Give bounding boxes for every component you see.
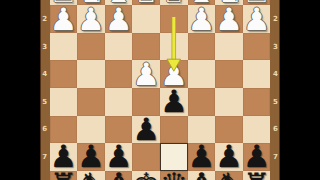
square-c4[interactable]: [188, 60, 216, 88]
square-f3[interactable]: [105, 33, 133, 61]
video-frame: ♜♞♝♚♛♝♞♜♟♟♟♟♟♟♟♟♟♟♟♟♟♟♟♟♜♞♝♚♛♝♞♜ 2233445…: [0, 0, 320, 180]
square-g8[interactable]: ♞: [77, 171, 105, 180]
rank-label-left-4: 4: [40, 70, 50, 78]
square-a2[interactable]: ♟: [243, 5, 271, 33]
square-c8[interactable]: ♝: [188, 171, 216, 180]
square-e4[interactable]: ♟: [132, 60, 160, 88]
square-f8[interactable]: ♝: [105, 171, 133, 180]
square-c3[interactable]: [188, 33, 216, 61]
square-g5[interactable]: [77, 88, 105, 116]
square-e8[interactable]: ♚: [132, 171, 160, 180]
square-g3[interactable]: [77, 33, 105, 61]
piece-bB-c8[interactable]: ♝: [187, 169, 215, 180]
square-h3[interactable]: [50, 33, 78, 61]
rank-label-left-6: 6: [40, 125, 50, 133]
piece-bB-f8[interactable]: ♝: [105, 169, 133, 180]
square-a3[interactable]: [243, 33, 271, 61]
square-f5[interactable]: [105, 88, 133, 116]
piece-wP-g2[interactable]: ♟: [77, 4, 105, 35]
piece-bP-d5[interactable]: ♟: [160, 86, 188, 117]
rank-label-left-2: 2: [40, 15, 50, 23]
square-f2[interactable]: ♟: [105, 5, 133, 33]
square-h4[interactable]: [50, 60, 78, 88]
piece-bK-e8[interactable]: ♚: [132, 169, 160, 180]
piece-bR-a8[interactable]: ♜: [243, 169, 271, 180]
rank-label-left-7: 7: [40, 153, 50, 161]
piece-bR-h8[interactable]: ♜: [50, 169, 78, 180]
piece-wP-c2[interactable]: ♟: [187, 4, 215, 35]
square-b4[interactable]: [215, 60, 243, 88]
square-h8[interactable]: ♜: [50, 171, 78, 180]
rank-label-right-7: 7: [270, 153, 280, 161]
rank-label-right-2: 2: [270, 15, 280, 23]
square-b5[interactable]: [215, 88, 243, 116]
square-b2[interactable]: ♟: [215, 5, 243, 33]
rank-label-right-4: 4: [270, 70, 280, 78]
piece-wP-f2[interactable]: ♟: [105, 4, 133, 35]
square-f4[interactable]: [105, 60, 133, 88]
square-d8[interactable]: ♛: [160, 171, 188, 180]
rank-label-right-5: 5: [270, 98, 280, 106]
square-b3[interactable]: [215, 33, 243, 61]
square-c5[interactable]: [188, 88, 216, 116]
piece-wP-e4[interactable]: ♟: [132, 59, 160, 90]
square-a8[interactable]: ♜: [243, 171, 271, 180]
rank-label-left-3: 3: [40, 43, 50, 51]
square-a5[interactable]: [243, 88, 271, 116]
square-g4[interactable]: [77, 60, 105, 88]
square-a4[interactable]: [243, 60, 271, 88]
square-h2[interactable]: ♟: [50, 5, 78, 33]
piece-bP-e6[interactable]: ♟: [132, 114, 160, 145]
square-h5[interactable]: [50, 88, 78, 116]
square-d5[interactable]: ♟: [160, 88, 188, 116]
piece-wP-a2[interactable]: ♟: [243, 4, 271, 35]
square-d2[interactable]: [160, 5, 188, 33]
rank-label-right-3: 3: [270, 43, 280, 51]
piece-bN-b8[interactable]: ♞: [215, 169, 243, 180]
piece-bQ-d8[interactable]: ♛: [160, 169, 188, 180]
rank-label-right-6: 6: [270, 125, 280, 133]
square-c2[interactable]: ♟: [188, 5, 216, 33]
square-e2[interactable]: [132, 5, 160, 33]
piece-wP-b2[interactable]: ♟: [215, 4, 243, 35]
square-g2[interactable]: ♟: [77, 5, 105, 33]
rank-label-left-5: 5: [40, 98, 50, 106]
square-e6[interactable]: ♟: [132, 116, 160, 144]
piece-wP-h2[interactable]: ♟: [50, 4, 78, 35]
piece-bN-g8[interactable]: ♞: [77, 169, 105, 180]
square-d6[interactable]: [160, 116, 188, 144]
chess-board[interactable]: ♜♞♝♚♛♝♞♜♟♟♟♟♟♟♟♟♟♟♟♟♟♟♟♟♜♞♝♚♛♝♞♜: [50, 0, 271, 180]
square-b8[interactable]: ♞: [215, 171, 243, 180]
